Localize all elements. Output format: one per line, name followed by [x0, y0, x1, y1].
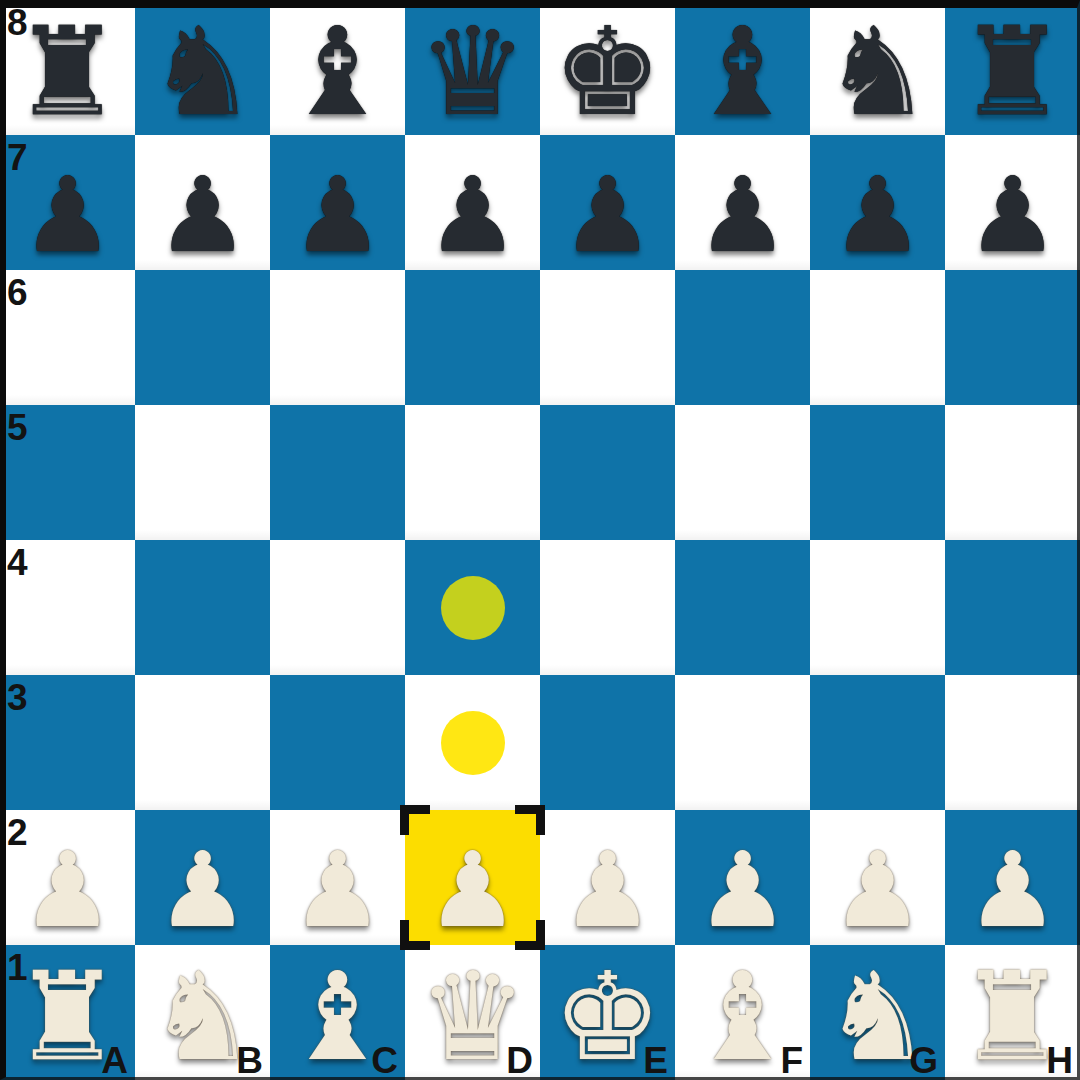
- square-g2[interactable]: ♟: [810, 810, 945, 945]
- file-label-b: B: [236, 1042, 263, 1079]
- square-f7[interactable]: ♟: [675, 135, 810, 270]
- square-f6[interactable]: [675, 270, 810, 405]
- square-g5[interactable]: [810, 405, 945, 540]
- square-c4[interactable]: [270, 540, 405, 675]
- square-c3[interactable]: [270, 675, 405, 810]
- square-b4[interactable]: [135, 540, 270, 675]
- rank-label-3: 3: [7, 679, 28, 716]
- piece-white-pawn[interactable]: ♟: [156, 838, 249, 942]
- piece-black-pawn[interactable]: ♟: [966, 163, 1059, 267]
- piece-black-pawn[interactable]: ♟: [21, 163, 114, 267]
- square-h2[interactable]: ♟: [945, 810, 1080, 945]
- piece-white-pawn[interactable]: ♟: [21, 838, 114, 942]
- square-c7[interactable]: ♟: [270, 135, 405, 270]
- file-label-g: G: [909, 1042, 938, 1079]
- piece-black-rook[interactable]: ♜: [13, 11, 122, 133]
- square-b1[interactable]: B♞: [135, 945, 270, 1080]
- square-d5[interactable]: [405, 405, 540, 540]
- square-h1[interactable]: H♜: [945, 945, 1080, 1080]
- square-g8[interactable]: ♞: [810, 0, 945, 135]
- piece-white-pawn[interactable]: ♟: [426, 838, 519, 942]
- square-d6[interactable]: [405, 270, 540, 405]
- square-b5[interactable]: [135, 405, 270, 540]
- file-label-c: C: [371, 1042, 398, 1079]
- square-a8[interactable]: 8♜: [0, 0, 135, 135]
- square-b8[interactable]: ♞: [135, 0, 270, 135]
- square-g7[interactable]: ♟: [810, 135, 945, 270]
- file-label-e: E: [643, 1042, 668, 1079]
- square-e5[interactable]: [540, 405, 675, 540]
- square-e4[interactable]: [540, 540, 675, 675]
- chess-app-board-area: 8♜♞♝♛♚♝♞♜7♟♟♟♟♟♟♟♟65432♟♟♟♟♟♟♟♟1A♜B♞C♝D♛…: [0, 0, 1080, 1080]
- piece-white-pawn[interactable]: ♟: [291, 838, 384, 942]
- piece-black-pawn[interactable]: ♟: [696, 163, 789, 267]
- square-d8[interactable]: ♛: [405, 0, 540, 135]
- piece-white-pawn[interactable]: ♟: [831, 838, 924, 942]
- move-hint-dot-d3[interactable]: [441, 711, 505, 775]
- piece-black-queen[interactable]: ♛: [418, 11, 527, 133]
- rank-label-8: 8: [7, 4, 28, 41]
- square-a4[interactable]: 4: [0, 540, 135, 675]
- piece-black-knight[interactable]: ♞: [823, 11, 932, 133]
- piece-black-pawn[interactable]: ♟: [426, 163, 519, 267]
- square-c8[interactable]: ♝: [270, 0, 405, 135]
- piece-white-pawn[interactable]: ♟: [966, 838, 1059, 942]
- piece-black-pawn[interactable]: ♟: [156, 163, 249, 267]
- square-d1[interactable]: D♛: [405, 945, 540, 1080]
- piece-black-pawn[interactable]: ♟: [831, 163, 924, 267]
- square-h5[interactable]: [945, 405, 1080, 540]
- rank-label-2: 2: [7, 814, 28, 851]
- rank-label-1: 1: [7, 949, 28, 986]
- square-d2[interactable]: ♟: [405, 810, 540, 945]
- square-c6[interactable]: [270, 270, 405, 405]
- square-e7[interactable]: ♟: [540, 135, 675, 270]
- selection-bracket-tr: [515, 805, 545, 835]
- square-f3[interactable]: [675, 675, 810, 810]
- square-g4[interactable]: [810, 540, 945, 675]
- chess-board: 8♜♞♝♛♚♝♞♜7♟♟♟♟♟♟♟♟65432♟♟♟♟♟♟♟♟1A♜B♞C♝D♛…: [0, 0, 1080, 1080]
- square-a2[interactable]: 2♟: [0, 810, 135, 945]
- file-label-f: F: [780, 1042, 803, 1079]
- square-a3[interactable]: 3: [0, 675, 135, 810]
- square-h6[interactable]: [945, 270, 1080, 405]
- square-h8[interactable]: ♜: [945, 0, 1080, 135]
- rank-label-4: 4: [7, 544, 28, 581]
- square-b7[interactable]: ♟: [135, 135, 270, 270]
- square-f4[interactable]: [675, 540, 810, 675]
- square-f5[interactable]: [675, 405, 810, 540]
- square-h7[interactable]: ♟: [945, 135, 1080, 270]
- square-a5[interactable]: 5: [0, 405, 135, 540]
- rank-label-5: 5: [7, 409, 28, 446]
- square-e2[interactable]: ♟: [540, 810, 675, 945]
- square-f2[interactable]: ♟: [675, 810, 810, 945]
- piece-black-bishop[interactable]: ♝: [283, 11, 392, 133]
- square-e6[interactable]: [540, 270, 675, 405]
- move-hint-dot-d4[interactable]: [441, 576, 505, 640]
- square-a7[interactable]: 7♟: [0, 135, 135, 270]
- piece-black-knight[interactable]: ♞: [148, 11, 257, 133]
- square-d4[interactable]: [405, 540, 540, 675]
- square-h4[interactable]: [945, 540, 1080, 675]
- piece-black-king[interactable]: ♚: [553, 11, 662, 133]
- piece-white-pawn[interactable]: ♟: [696, 838, 789, 942]
- file-label-a: A: [101, 1042, 128, 1079]
- square-e3[interactable]: [540, 675, 675, 810]
- square-b2[interactable]: ♟: [135, 810, 270, 945]
- file-label-h: H: [1046, 1042, 1073, 1079]
- square-d7[interactable]: ♟: [405, 135, 540, 270]
- square-c5[interactable]: [270, 405, 405, 540]
- square-d3[interactable]: [405, 675, 540, 810]
- file-label-d: D: [506, 1042, 533, 1079]
- square-f8[interactable]: ♝: [675, 0, 810, 135]
- selection-bracket-br: [515, 920, 545, 950]
- piece-black-pawn[interactable]: ♟: [291, 163, 384, 267]
- piece-black-rook[interactable]: ♜: [958, 11, 1067, 133]
- square-a6[interactable]: 6: [0, 270, 135, 405]
- square-a1[interactable]: 1A♜: [0, 945, 135, 1080]
- square-g3[interactable]: [810, 675, 945, 810]
- square-b6[interactable]: [135, 270, 270, 405]
- piece-white-pawn[interactable]: ♟: [561, 838, 654, 942]
- piece-black-pawn[interactable]: ♟: [561, 163, 654, 267]
- selection-bracket-bl: [400, 920, 430, 950]
- square-e1[interactable]: E♚: [540, 945, 675, 1080]
- piece-black-bishop[interactable]: ♝: [688, 11, 797, 133]
- square-c2[interactable]: ♟: [270, 810, 405, 945]
- square-g6[interactable]: [810, 270, 945, 405]
- square-e8[interactable]: ♚: [540, 0, 675, 135]
- rank-label-6: 6: [7, 274, 28, 311]
- square-h3[interactable]: [945, 675, 1080, 810]
- square-g1[interactable]: G♞: [810, 945, 945, 1080]
- square-c1[interactable]: C♝: [270, 945, 405, 1080]
- square-b3[interactable]: [135, 675, 270, 810]
- square-f1[interactable]: F♝: [675, 945, 810, 1080]
- rank-label-7: 7: [7, 139, 28, 176]
- selection-bracket-tl: [400, 805, 430, 835]
